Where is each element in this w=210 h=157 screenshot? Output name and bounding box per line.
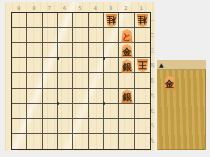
board-square-2-7[interactable] bbox=[119, 104, 134, 119]
komadai-piece-stand: ▲ 金 bbox=[157, 60, 206, 150]
board-square-3-2[interactable] bbox=[104, 28, 119, 43]
file-label-2: 2 bbox=[118, 4, 133, 12]
board-square-5-1[interactable] bbox=[73, 13, 88, 28]
board-square-3-8[interactable] bbox=[104, 119, 119, 134]
board-square-5-5[interactable] bbox=[73, 73, 88, 88]
piece-glyph: 金 bbox=[165, 77, 174, 89]
file-labels: 987654321 bbox=[11, 4, 149, 12]
sente-gold-in-hand[interactable]: 金 bbox=[163, 76, 176, 90]
board-square-1-6[interactable] bbox=[135, 89, 150, 104]
file-label-8: 8 bbox=[26, 4, 41, 12]
board-square-1-2[interactable] bbox=[135, 28, 150, 43]
board-square-3-3[interactable] bbox=[104, 43, 119, 58]
board-square-1-7[interactable] bbox=[135, 104, 150, 119]
board-square-3-5[interactable] bbox=[104, 73, 119, 88]
sente-turn-marker: ▲ bbox=[157, 60, 164, 69]
board-square-5-7[interactable] bbox=[73, 104, 88, 119]
board-square-9-2[interactable] bbox=[12, 28, 27, 43]
board-square-4-6[interactable] bbox=[89, 89, 104, 104]
board-square-6-3[interactable] bbox=[58, 43, 73, 58]
board-square-5-2[interactable] bbox=[73, 28, 88, 43]
board-square-4-2[interactable] bbox=[89, 28, 104, 43]
piece-glyph: と bbox=[122, 30, 131, 42]
board-square-1-8[interactable] bbox=[135, 119, 150, 134]
komadai-header: ▲ bbox=[157, 60, 206, 70]
board-square-6-4[interactable] bbox=[58, 58, 73, 73]
board-square-5-6[interactable] bbox=[73, 89, 88, 104]
board-square-7-1[interactable] bbox=[43, 13, 58, 28]
board-square-6-8[interactable] bbox=[58, 119, 73, 134]
piece-glyph: 桂 bbox=[107, 14, 116, 26]
board-square-5-4[interactable] bbox=[73, 58, 88, 73]
piece-glyph: 銀 bbox=[122, 60, 131, 72]
piece-glyph: 桂 bbox=[138, 14, 147, 26]
board-square-9-8[interactable] bbox=[12, 119, 27, 134]
board-square-6-5[interactable] bbox=[58, 73, 73, 88]
board-square-4-8[interactable] bbox=[89, 119, 104, 134]
board-grid: 桂桂と金銀王銀 bbox=[11, 12, 151, 150]
board-square-7-8[interactable] bbox=[43, 119, 58, 134]
file-label-3: 3 bbox=[103, 4, 118, 12]
file-label-9: 9 bbox=[11, 4, 26, 12]
board-square-2-5[interactable] bbox=[119, 73, 134, 88]
board-square-6-9[interactable] bbox=[58, 134, 73, 149]
board-square-4-1[interactable] bbox=[89, 13, 104, 28]
file-label-5: 5 bbox=[72, 4, 87, 12]
board-square-5-8[interactable] bbox=[73, 119, 88, 134]
board-square-9-9[interactable] bbox=[12, 134, 27, 149]
board-square-6-2[interactable] bbox=[58, 28, 73, 43]
board-square-2-9[interactable] bbox=[119, 134, 134, 149]
board-square-8-3[interactable] bbox=[27, 43, 42, 58]
board-square-3-6[interactable] bbox=[104, 89, 119, 104]
board-square-6-6[interactable] bbox=[58, 89, 73, 104]
board-square-4-7[interactable] bbox=[89, 104, 104, 119]
board-square-7-4[interactable] bbox=[43, 58, 58, 73]
board-square-6-7[interactable] bbox=[58, 104, 73, 119]
file-label-1: 1 bbox=[134, 4, 149, 12]
piece-glyph: 王 bbox=[138, 59, 147, 71]
board-square-1-9[interactable] bbox=[135, 134, 150, 149]
shogi-board: 987654321 一二三四五六七八九 桂桂と金銀王銀 bbox=[5, 2, 155, 151]
board-square-8-5[interactable] bbox=[27, 73, 42, 88]
board-square-9-1[interactable] bbox=[12, 13, 27, 28]
board-square-8-6[interactable] bbox=[27, 89, 42, 104]
board-square-5-3[interactable] bbox=[73, 43, 88, 58]
board-square-9-4[interactable] bbox=[12, 58, 27, 73]
star-point bbox=[103, 57, 106, 60]
board-square-9-7[interactable] bbox=[12, 104, 27, 119]
board-square-1-3[interactable] bbox=[135, 43, 150, 58]
board-square-6-1[interactable] bbox=[58, 13, 73, 28]
piece-glyph: 銀 bbox=[122, 91, 131, 103]
board-square-8-2[interactable] bbox=[27, 28, 42, 43]
file-label-6: 6 bbox=[57, 4, 72, 12]
board-square-7-6[interactable] bbox=[43, 89, 58, 104]
board-square-7-5[interactable] bbox=[43, 73, 58, 88]
board-square-7-9[interactable] bbox=[43, 134, 58, 149]
board-square-1-5[interactable] bbox=[135, 73, 150, 88]
board-square-2-1[interactable] bbox=[119, 13, 134, 28]
board-square-5-9[interactable] bbox=[73, 134, 88, 149]
file-label-7: 7 bbox=[42, 4, 57, 12]
board-square-8-1[interactable] bbox=[27, 13, 42, 28]
board-square-4-4[interactable] bbox=[89, 58, 104, 73]
board-square-7-3[interactable] bbox=[43, 43, 58, 58]
sente-hand-area: 金 bbox=[157, 70, 206, 150]
board-square-8-7[interactable] bbox=[27, 104, 42, 119]
board-square-2-8[interactable] bbox=[119, 119, 134, 134]
file-label-4: 4 bbox=[88, 4, 103, 12]
piece-glyph: 金 bbox=[122, 45, 131, 57]
board-square-9-5[interactable] bbox=[12, 73, 27, 88]
board-square-8-9[interactable] bbox=[27, 134, 42, 149]
board-square-9-3[interactable] bbox=[12, 43, 27, 58]
board-square-3-4[interactable] bbox=[104, 58, 119, 73]
board-square-4-3[interactable] bbox=[89, 43, 104, 58]
board-square-3-9[interactable] bbox=[104, 134, 119, 149]
board-square-8-4[interactable] bbox=[27, 58, 42, 73]
board-square-4-9[interactable] bbox=[89, 134, 104, 149]
board-square-4-5[interactable] bbox=[89, 73, 104, 88]
star-point bbox=[57, 57, 60, 60]
board-square-9-6[interactable] bbox=[12, 89, 27, 104]
board-square-3-7[interactable] bbox=[104, 104, 119, 119]
board-square-8-8[interactable] bbox=[27, 119, 42, 134]
board-square-7-7[interactable] bbox=[43, 104, 58, 119]
board-square-7-2[interactable] bbox=[43, 28, 58, 43]
